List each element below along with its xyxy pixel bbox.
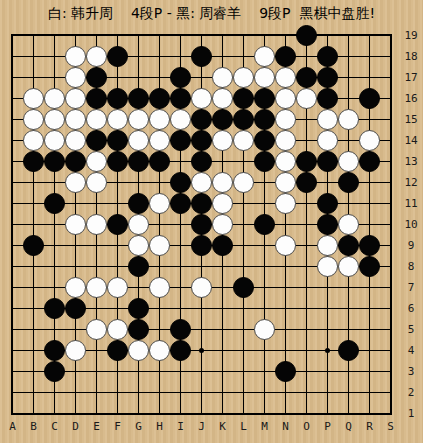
intersection-P19[interactable]	[317, 25, 338, 46]
intersection-S12[interactable]	[380, 172, 401, 193]
intersection-B3[interactable]	[23, 361, 44, 382]
intersection-E5[interactable]	[86, 319, 107, 340]
intersection-A17[interactable]	[2, 67, 23, 88]
intersection-C11[interactable]	[44, 193, 65, 214]
intersection-D7[interactable]	[65, 277, 86, 298]
intersection-P4[interactable]	[317, 340, 338, 361]
intersection-C5[interactable]	[44, 319, 65, 340]
intersection-H2[interactable]	[149, 382, 170, 403]
intersection-A15[interactable]	[2, 109, 23, 130]
intersection-B14[interactable]	[23, 130, 44, 151]
intersection-H16[interactable]	[149, 88, 170, 109]
intersection-P15[interactable]	[317, 109, 338, 130]
intersection-O11[interactable]	[296, 193, 317, 214]
intersection-P3[interactable]	[317, 361, 338, 382]
intersection-Q5[interactable]	[338, 319, 359, 340]
intersection-P14[interactable]	[317, 130, 338, 151]
intersection-E2[interactable]	[86, 382, 107, 403]
intersection-I3[interactable]	[170, 361, 191, 382]
intersection-N16[interactable]	[275, 88, 296, 109]
intersection-B15[interactable]	[23, 109, 44, 130]
intersection-M2[interactable]	[254, 382, 275, 403]
intersection-F6[interactable]	[107, 298, 128, 319]
intersection-S14[interactable]	[380, 130, 401, 151]
intersection-N8[interactable]	[275, 256, 296, 277]
intersection-L8[interactable]	[233, 256, 254, 277]
intersection-K7[interactable]	[212, 277, 233, 298]
intersection-R3[interactable]	[359, 361, 380, 382]
intersection-L11[interactable]	[233, 193, 254, 214]
intersection-A4[interactable]	[2, 340, 23, 361]
intersection-C9[interactable]	[44, 235, 65, 256]
intersection-C6[interactable]	[44, 298, 65, 319]
intersection-R11[interactable]	[359, 193, 380, 214]
intersection-J13[interactable]	[191, 151, 212, 172]
intersection-J18[interactable]	[191, 46, 212, 67]
intersection-P11[interactable]	[317, 193, 338, 214]
intersection-G16[interactable]	[128, 88, 149, 109]
intersection-L7[interactable]	[233, 277, 254, 298]
intersection-I16[interactable]	[170, 88, 191, 109]
intersection-R5[interactable]	[359, 319, 380, 340]
intersection-D12[interactable]	[65, 172, 86, 193]
intersection-E13[interactable]	[86, 151, 107, 172]
intersection-O16[interactable]	[296, 88, 317, 109]
intersection-J6[interactable]	[191, 298, 212, 319]
intersection-B5[interactable]	[23, 319, 44, 340]
intersection-F17[interactable]	[107, 67, 128, 88]
intersection-M4[interactable]	[254, 340, 275, 361]
intersection-O3[interactable]	[296, 361, 317, 382]
intersection-R6[interactable]	[359, 298, 380, 319]
intersection-K19[interactable]	[212, 25, 233, 46]
intersection-C12[interactable]	[44, 172, 65, 193]
intersection-O9[interactable]	[296, 235, 317, 256]
intersection-I6[interactable]	[170, 298, 191, 319]
intersection-Q17[interactable]	[338, 67, 359, 88]
intersection-S17[interactable]	[380, 67, 401, 88]
intersection-I14[interactable]	[170, 130, 191, 151]
intersection-J11[interactable]	[191, 193, 212, 214]
intersection-Q13[interactable]	[338, 151, 359, 172]
intersection-C13[interactable]	[44, 151, 65, 172]
intersection-L4[interactable]	[233, 340, 254, 361]
intersection-P6[interactable]	[317, 298, 338, 319]
intersection-Q7[interactable]	[338, 277, 359, 298]
intersection-G13[interactable]	[128, 151, 149, 172]
intersection-L19[interactable]	[233, 25, 254, 46]
intersection-P7[interactable]	[317, 277, 338, 298]
intersection-N9[interactable]	[275, 235, 296, 256]
intersection-P2[interactable]	[317, 382, 338, 403]
intersection-I18[interactable]	[170, 46, 191, 67]
intersection-S5[interactable]	[380, 319, 401, 340]
intersection-Q14[interactable]	[338, 130, 359, 151]
intersection-I12[interactable]	[170, 172, 191, 193]
intersection-B11[interactable]	[23, 193, 44, 214]
intersection-J10[interactable]	[191, 214, 212, 235]
intersection-H13[interactable]	[149, 151, 170, 172]
intersection-J7[interactable]	[191, 277, 212, 298]
intersection-H7[interactable]	[149, 277, 170, 298]
intersection-M17[interactable]	[254, 67, 275, 88]
intersection-I13[interactable]	[170, 151, 191, 172]
intersection-P17[interactable]	[317, 67, 338, 88]
intersection-B10[interactable]	[23, 214, 44, 235]
intersection-K17[interactable]	[212, 67, 233, 88]
intersection-D16[interactable]	[65, 88, 86, 109]
intersection-G17[interactable]	[128, 67, 149, 88]
intersection-M9[interactable]	[254, 235, 275, 256]
intersection-F8[interactable]	[107, 256, 128, 277]
intersection-R7[interactable]	[359, 277, 380, 298]
intersection-J3[interactable]	[191, 361, 212, 382]
intersection-S9[interactable]	[380, 235, 401, 256]
intersection-O15[interactable]	[296, 109, 317, 130]
intersection-F9[interactable]	[107, 235, 128, 256]
intersection-O19[interactable]	[296, 25, 317, 46]
intersection-J14[interactable]	[191, 130, 212, 151]
intersection-H9[interactable]	[149, 235, 170, 256]
intersection-H5[interactable]	[149, 319, 170, 340]
intersection-A10[interactable]	[2, 214, 23, 235]
intersection-N2[interactable]	[275, 382, 296, 403]
intersection-A12[interactable]	[2, 172, 23, 193]
intersection-R18[interactable]	[359, 46, 380, 67]
intersection-L12[interactable]	[233, 172, 254, 193]
intersection-G6[interactable]	[128, 298, 149, 319]
intersection-L9[interactable]	[233, 235, 254, 256]
intersection-Q6[interactable]	[338, 298, 359, 319]
intersection-C10[interactable]	[44, 214, 65, 235]
intersection-J15[interactable]	[191, 109, 212, 130]
intersection-L17[interactable]	[233, 67, 254, 88]
intersection-Q4[interactable]	[338, 340, 359, 361]
intersection-L10[interactable]	[233, 214, 254, 235]
intersection-S18[interactable]	[380, 46, 401, 67]
intersection-H4[interactable]	[149, 340, 170, 361]
intersection-M10[interactable]	[254, 214, 275, 235]
intersection-I8[interactable]	[170, 256, 191, 277]
intersection-P13[interactable]	[317, 151, 338, 172]
intersection-D9[interactable]	[65, 235, 86, 256]
intersection-R19[interactable]	[359, 25, 380, 46]
intersection-M14[interactable]	[254, 130, 275, 151]
intersection-D4[interactable]	[65, 340, 86, 361]
intersection-J19[interactable]	[191, 25, 212, 46]
intersection-F13[interactable]	[107, 151, 128, 172]
intersection-M16[interactable]	[254, 88, 275, 109]
intersection-E14[interactable]	[86, 130, 107, 151]
intersection-F12[interactable]	[107, 172, 128, 193]
intersection-B13[interactable]	[23, 151, 44, 172]
intersection-K16[interactable]	[212, 88, 233, 109]
intersection-K5[interactable]	[212, 319, 233, 340]
intersection-O13[interactable]	[296, 151, 317, 172]
intersection-J5[interactable]	[191, 319, 212, 340]
intersection-D6[interactable]	[65, 298, 86, 319]
intersection-O18[interactable]	[296, 46, 317, 67]
intersection-K15[interactable]	[212, 109, 233, 130]
intersection-K3[interactable]	[212, 361, 233, 382]
intersection-N11[interactable]	[275, 193, 296, 214]
intersection-L5[interactable]	[233, 319, 254, 340]
intersection-J4[interactable]	[191, 340, 212, 361]
intersection-F2[interactable]	[107, 382, 128, 403]
intersection-M11[interactable]	[254, 193, 275, 214]
intersection-B17[interactable]	[23, 67, 44, 88]
intersection-Q10[interactable]	[338, 214, 359, 235]
intersection-H15[interactable]	[149, 109, 170, 130]
intersection-G11[interactable]	[128, 193, 149, 214]
intersection-O6[interactable]	[296, 298, 317, 319]
intersection-K6[interactable]	[212, 298, 233, 319]
intersection-Q3[interactable]	[338, 361, 359, 382]
intersection-E6[interactable]	[86, 298, 107, 319]
intersection-F15[interactable]	[107, 109, 128, 130]
intersection-D11[interactable]	[65, 193, 86, 214]
intersection-G9[interactable]	[128, 235, 149, 256]
intersection-P8[interactable]	[317, 256, 338, 277]
intersection-O7[interactable]	[296, 277, 317, 298]
intersection-Q19[interactable]	[338, 25, 359, 46]
intersection-B7[interactable]	[23, 277, 44, 298]
intersection-I17[interactable]	[170, 67, 191, 88]
intersection-R12[interactable]	[359, 172, 380, 193]
intersection-Q16[interactable]	[338, 88, 359, 109]
intersection-D10[interactable]	[65, 214, 86, 235]
intersection-E8[interactable]	[86, 256, 107, 277]
intersection-K13[interactable]	[212, 151, 233, 172]
intersection-H12[interactable]	[149, 172, 170, 193]
intersection-E3[interactable]	[86, 361, 107, 382]
intersection-N4[interactable]	[275, 340, 296, 361]
intersection-C18[interactable]	[44, 46, 65, 67]
intersection-A6[interactable]	[2, 298, 23, 319]
intersection-C19[interactable]	[44, 25, 65, 46]
intersection-S8[interactable]	[380, 256, 401, 277]
intersection-C17[interactable]	[44, 67, 65, 88]
intersection-J9[interactable]	[191, 235, 212, 256]
intersection-J12[interactable]	[191, 172, 212, 193]
intersection-K4[interactable]	[212, 340, 233, 361]
intersection-N15[interactable]	[275, 109, 296, 130]
intersection-I4[interactable]	[170, 340, 191, 361]
intersection-A13[interactable]	[2, 151, 23, 172]
intersection-E11[interactable]	[86, 193, 107, 214]
intersection-N5[interactable]	[275, 319, 296, 340]
intersection-R2[interactable]	[359, 382, 380, 403]
intersection-H10[interactable]	[149, 214, 170, 235]
intersection-R9[interactable]	[359, 235, 380, 256]
intersection-H18[interactable]	[149, 46, 170, 67]
intersection-N13[interactable]	[275, 151, 296, 172]
intersection-B6[interactable]	[23, 298, 44, 319]
intersection-P18[interactable]	[317, 46, 338, 67]
intersection-K10[interactable]	[212, 214, 233, 235]
intersection-J16[interactable]	[191, 88, 212, 109]
intersection-A3[interactable]	[2, 361, 23, 382]
intersection-G3[interactable]	[128, 361, 149, 382]
intersection-J17[interactable]	[191, 67, 212, 88]
intersection-M13[interactable]	[254, 151, 275, 172]
intersection-I5[interactable]	[170, 319, 191, 340]
intersection-P9[interactable]	[317, 235, 338, 256]
intersection-I7[interactable]	[170, 277, 191, 298]
intersection-O14[interactable]	[296, 130, 317, 151]
intersection-Q11[interactable]	[338, 193, 359, 214]
intersection-O12[interactable]	[296, 172, 317, 193]
intersection-K12[interactable]	[212, 172, 233, 193]
intersection-F4[interactable]	[107, 340, 128, 361]
intersection-A11[interactable]	[2, 193, 23, 214]
intersection-H8[interactable]	[149, 256, 170, 277]
intersection-S11[interactable]	[380, 193, 401, 214]
intersection-F18[interactable]	[107, 46, 128, 67]
intersection-K18[interactable]	[212, 46, 233, 67]
intersection-G7[interactable]	[128, 277, 149, 298]
intersection-K11[interactable]	[212, 193, 233, 214]
intersection-S7[interactable]	[380, 277, 401, 298]
intersection-F10[interactable]	[107, 214, 128, 235]
intersection-J2[interactable]	[191, 382, 212, 403]
intersection-E10[interactable]	[86, 214, 107, 235]
intersection-C2[interactable]	[44, 382, 65, 403]
intersection-D19[interactable]	[65, 25, 86, 46]
intersection-R15[interactable]	[359, 109, 380, 130]
intersection-K2[interactable]	[212, 382, 233, 403]
intersection-M19[interactable]	[254, 25, 275, 46]
intersection-D3[interactable]	[65, 361, 86, 382]
intersection-J8[interactable]	[191, 256, 212, 277]
intersection-B8[interactable]	[23, 256, 44, 277]
intersection-D15[interactable]	[65, 109, 86, 130]
intersection-F5[interactable]	[107, 319, 128, 340]
intersection-N18[interactable]	[275, 46, 296, 67]
intersection-D8[interactable]	[65, 256, 86, 277]
intersection-L6[interactable]	[233, 298, 254, 319]
intersection-E15[interactable]	[86, 109, 107, 130]
intersection-E19[interactable]	[86, 25, 107, 46]
intersection-N6[interactable]	[275, 298, 296, 319]
intersection-F11[interactable]	[107, 193, 128, 214]
intersection-N7[interactable]	[275, 277, 296, 298]
intersection-D14[interactable]	[65, 130, 86, 151]
intersection-Q12[interactable]	[338, 172, 359, 193]
intersection-G19[interactable]	[128, 25, 149, 46]
intersection-H11[interactable]	[149, 193, 170, 214]
intersection-F3[interactable]	[107, 361, 128, 382]
intersection-M6[interactable]	[254, 298, 275, 319]
intersection-D18[interactable]	[65, 46, 86, 67]
intersection-A19[interactable]	[2, 25, 23, 46]
intersection-O17[interactable]	[296, 67, 317, 88]
intersection-R4[interactable]	[359, 340, 380, 361]
intersection-P12[interactable]	[317, 172, 338, 193]
intersection-C7[interactable]	[44, 277, 65, 298]
intersection-K14[interactable]	[212, 130, 233, 151]
intersection-D13[interactable]	[65, 151, 86, 172]
intersection-I15[interactable]	[170, 109, 191, 130]
intersection-B12[interactable]	[23, 172, 44, 193]
intersection-M15[interactable]	[254, 109, 275, 130]
intersection-C14[interactable]	[44, 130, 65, 151]
intersection-S10[interactable]	[380, 214, 401, 235]
intersection-Q2[interactable]	[338, 382, 359, 403]
intersection-H14[interactable]	[149, 130, 170, 151]
intersection-M3[interactable]	[254, 361, 275, 382]
intersection-O10[interactable]	[296, 214, 317, 235]
intersection-R14[interactable]	[359, 130, 380, 151]
intersection-O5[interactable]	[296, 319, 317, 340]
intersection-E17[interactable]	[86, 67, 107, 88]
intersection-B16[interactable]	[23, 88, 44, 109]
intersection-E7[interactable]	[86, 277, 107, 298]
intersection-E16[interactable]	[86, 88, 107, 109]
intersection-R13[interactable]	[359, 151, 380, 172]
intersection-E4[interactable]	[86, 340, 107, 361]
intersection-P10[interactable]	[317, 214, 338, 235]
intersection-L18[interactable]	[233, 46, 254, 67]
intersection-S15[interactable]	[380, 109, 401, 130]
intersection-L14[interactable]	[233, 130, 254, 151]
intersection-S2[interactable]	[380, 382, 401, 403]
intersection-B18[interactable]	[23, 46, 44, 67]
intersection-O8[interactable]	[296, 256, 317, 277]
intersection-S16[interactable]	[380, 88, 401, 109]
intersection-A5[interactable]	[2, 319, 23, 340]
intersection-F7[interactable]	[107, 277, 128, 298]
intersection-B4[interactable]	[23, 340, 44, 361]
intersection-N10[interactable]	[275, 214, 296, 235]
intersection-C3[interactable]	[44, 361, 65, 382]
intersection-R10[interactable]	[359, 214, 380, 235]
intersection-G10[interactable]	[128, 214, 149, 235]
intersection-A7[interactable]	[2, 277, 23, 298]
intersection-A18[interactable]	[2, 46, 23, 67]
intersection-B9[interactable]	[23, 235, 44, 256]
intersection-F14[interactable]	[107, 130, 128, 151]
intersection-N3[interactable]	[275, 361, 296, 382]
intersection-E12[interactable]	[86, 172, 107, 193]
intersection-M18[interactable]	[254, 46, 275, 67]
intersection-N14[interactable]	[275, 130, 296, 151]
intersection-G4[interactable]	[128, 340, 149, 361]
intersection-L2[interactable]	[233, 382, 254, 403]
intersection-O4[interactable]	[296, 340, 317, 361]
intersection-Q9[interactable]	[338, 235, 359, 256]
intersection-F19[interactable]	[107, 25, 128, 46]
intersection-I19[interactable]	[170, 25, 191, 46]
intersection-H19[interactable]	[149, 25, 170, 46]
intersection-H6[interactable]	[149, 298, 170, 319]
intersection-D2[interactable]	[65, 382, 86, 403]
intersection-R17[interactable]	[359, 67, 380, 88]
intersection-I11[interactable]	[170, 193, 191, 214]
intersection-P5[interactable]	[317, 319, 338, 340]
intersection-G12[interactable]	[128, 172, 149, 193]
intersection-S19[interactable]	[380, 25, 401, 46]
intersection-E9[interactable]	[86, 235, 107, 256]
intersection-G18[interactable]	[128, 46, 149, 67]
intersection-F16[interactable]	[107, 88, 128, 109]
intersection-K8[interactable]	[212, 256, 233, 277]
intersection-Q18[interactable]	[338, 46, 359, 67]
intersection-G14[interactable]	[128, 130, 149, 151]
intersection-G8[interactable]	[128, 256, 149, 277]
intersection-S3[interactable]	[380, 361, 401, 382]
intersection-K9[interactable]	[212, 235, 233, 256]
